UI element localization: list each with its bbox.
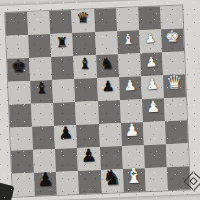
square-f1[interactable]	[162, 51, 185, 75]
square-b2[interactable]	[144, 144, 167, 168]
square-d5[interactable]	[75, 101, 98, 125]
square-b7[interactable]	[33, 149, 56, 173]
square-c8[interactable]	[10, 127, 33, 151]
square-g5[interactable]	[73, 32, 96, 56]
corner-knot-inner	[189, 176, 197, 184]
square-h1[interactable]	[160, 5, 183, 29]
square-a8[interactable]	[12, 173, 35, 197]
square-d3[interactable]	[120, 99, 143, 123]
board-mat: ♛♜♝♟♚♚♝♞♟♝♟♟♟♛♟♟♟♟♟♞♝ · – · – · · · ·	[0, 0, 200, 200]
square-f8[interactable]: ♚	[7, 58, 30, 82]
square-c3[interactable]: ♟	[121, 122, 144, 146]
chess-board-grid: ♛♜♝♟♚♚♝♞♟♝♟♟♟♛♟♟♟♟♟♞♝	[5, 5, 190, 196]
square-e1[interactable]: ♛	[163, 74, 186, 98]
black-knight: ♞	[102, 166, 122, 188]
square-b4[interactable]	[99, 146, 122, 170]
square-a2[interactable]	[145, 167, 168, 191]
square-g2[interactable]: ♟	[139, 29, 162, 53]
square-g8[interactable]	[6, 35, 29, 59]
black-king: ♚	[10, 58, 26, 76]
square-g6[interactable]: ♜	[50, 33, 73, 57]
square-h8[interactable]	[5, 12, 28, 36]
square-c6[interactable]: ♟	[54, 125, 77, 149]
square-e3[interactable]: ♟	[119, 76, 142, 100]
square-e7[interactable]: ♝	[30, 80, 53, 104]
square-c5[interactable]	[76, 124, 99, 148]
square-h5[interactable]: ♛	[72, 9, 95, 33]
square-c2[interactable]	[143, 121, 166, 145]
square-f7[interactable]	[29, 57, 52, 81]
square-c7[interactable]	[32, 126, 55, 150]
square-g7[interactable]	[28, 34, 51, 58]
square-b6[interactable]	[55, 148, 78, 172]
square-h7[interactable]	[27, 11, 50, 35]
black-pawn: ♟	[80, 147, 97, 165]
black-bishop: ♝	[34, 80, 49, 97]
white-bishop: ♝	[122, 32, 135, 47]
square-e4[interactable]: ♟	[97, 77, 120, 101]
square-e2[interactable]: ♟	[141, 75, 164, 99]
white-pawn: ♟	[146, 99, 161, 115]
white-pawn: ♟	[145, 77, 158, 92]
white-queen: ♛	[166, 73, 183, 92]
black-bishop: ♝	[78, 56, 92, 72]
square-a6[interactable]	[56, 171, 79, 195]
square-g4[interactable]	[95, 31, 118, 55]
margin-markings-right: · – · – ·	[196, 58, 200, 80]
square-h2[interactable]	[138, 6, 161, 30]
black-pawn: ♟	[37, 171, 55, 190]
white-pawn: ♟	[145, 33, 156, 46]
black-knight: ♞	[100, 55, 115, 71]
square-f3[interactable]	[118, 53, 141, 77]
square-e5[interactable]	[74, 78, 97, 102]
white-pawn: ♟	[145, 55, 157, 69]
margin-markings-left: · · ·	[0, 62, 1, 79]
square-b1[interactable]	[166, 143, 189, 167]
white-king: ♚	[165, 29, 180, 46]
black-pawn: ♟	[58, 125, 74, 142]
square-d8[interactable]	[9, 104, 32, 128]
square-f6[interactable]	[51, 56, 74, 80]
square-g1[interactable]: ♚	[161, 28, 184, 52]
square-d1[interactable]	[164, 97, 187, 121]
square-h4[interactable]	[94, 8, 117, 32]
black-pawn: ♟	[101, 79, 114, 94]
square-c4[interactable]	[99, 123, 122, 147]
white-pawn: ♟	[124, 123, 140, 140]
white-pawn: ♟	[123, 78, 136, 93]
square-d7[interactable]	[31, 103, 54, 127]
square-a7[interactable]: ♟	[34, 172, 57, 196]
square-d6[interactable]	[53, 102, 76, 126]
square-e6[interactable]	[52, 79, 75, 103]
black-queen: ♛	[76, 11, 90, 27]
black-rook: ♜	[55, 35, 68, 49]
square-a3[interactable]: ♝	[123, 168, 146, 192]
square-g3[interactable]: ♝	[117, 30, 140, 54]
square-b8[interactable]	[11, 150, 34, 174]
square-d4[interactable]	[98, 100, 121, 124]
square-c1[interactable]	[165, 120, 188, 144]
square-h6[interactable]	[49, 10, 72, 34]
square-e8[interactable]	[8, 81, 31, 105]
chessboard-photo: ♛♜♝♟♚♚♝♞♟♝♟♟♟♛♟♟♟♟♟♞♝ · – · – · · · ·	[0, 0, 200, 200]
square-f4[interactable]: ♞	[96, 54, 119, 78]
square-d2[interactable]: ♟	[142, 98, 165, 122]
square-a5[interactable]	[78, 170, 101, 194]
square-a4[interactable]: ♞	[100, 169, 123, 193]
square-f2[interactable]: ♟	[140, 52, 163, 76]
square-b5[interactable]: ♟	[77, 147, 100, 171]
square-h3[interactable]	[116, 7, 139, 31]
white-bishop: ♝	[124, 166, 144, 188]
square-b3[interactable]	[122, 145, 145, 169]
square-f5[interactable]: ♝	[74, 55, 97, 79]
